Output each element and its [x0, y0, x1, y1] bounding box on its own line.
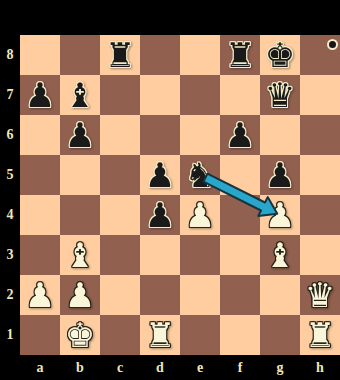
chess-app: 87654321 abcdefgh ♜♜♚♟♝♛♟♟♟♞♟♟♟♟♝♝♟♟♛♚♜♜ [0, 0, 340, 380]
piece-black-pawn[interactable]: ♟ [265, 155, 295, 195]
rank-label-5: 5 [0, 155, 20, 195]
square-f8[interactable]: ♜ [220, 35, 260, 75]
piece-white-king[interactable]: ♚ [65, 315, 95, 355]
square-a7[interactable]: ♟ [20, 75, 60, 115]
piece-white-pawn[interactable]: ♟ [265, 195, 295, 235]
file-label-g: g [260, 355, 300, 380]
piece-black-pawn[interactable]: ♟ [145, 155, 175, 195]
rank-label-4: 4 [0, 195, 20, 235]
square-h8[interactable] [300, 35, 340, 75]
square-a4[interactable] [20, 195, 60, 235]
file-label-b: b [60, 355, 100, 380]
file-label-e: e [180, 355, 220, 380]
piece-black-rook[interactable]: ♜ [105, 35, 135, 75]
square-c7[interactable] [100, 75, 140, 115]
square-g7[interactable]: ♛ [260, 75, 300, 115]
file-label-c: c [100, 355, 140, 380]
square-a3[interactable] [20, 235, 60, 275]
square-a2[interactable]: ♟ [20, 275, 60, 315]
square-g8[interactable]: ♚ [260, 35, 300, 75]
piece-black-pawn[interactable]: ♟ [145, 195, 175, 235]
square-b2[interactable]: ♟ [60, 275, 100, 315]
piece-black-king[interactable]: ♚ [265, 35, 295, 75]
square-a5[interactable] [20, 155, 60, 195]
rank-label-2: 2 [0, 275, 20, 315]
square-g6[interactable] [260, 115, 300, 155]
square-b6[interactable]: ♟ [60, 115, 100, 155]
square-c6[interactable] [100, 115, 140, 155]
square-d4[interactable]: ♟ [140, 195, 180, 235]
square-f4[interactable] [220, 195, 260, 235]
square-c2[interactable] [100, 275, 140, 315]
rank-label-1: 1 [0, 315, 20, 355]
square-b8[interactable] [60, 35, 100, 75]
square-d1[interactable]: ♜ [140, 315, 180, 355]
piece-black-pawn[interactable]: ♟ [225, 115, 255, 155]
rank-label-6: 6 [0, 115, 20, 155]
piece-white-pawn[interactable]: ♟ [25, 275, 55, 315]
square-b5[interactable] [60, 155, 100, 195]
square-e2[interactable] [180, 275, 220, 315]
square-h3[interactable] [300, 235, 340, 275]
square-h5[interactable] [300, 155, 340, 195]
file-labels: abcdefgh [20, 355, 340, 380]
square-d6[interactable] [140, 115, 180, 155]
board-area: ♜♜♚♟♝♛♟♟♟♞♟♟♟♟♝♝♟♟♛♚♜♜ [20, 35, 340, 355]
piece-white-bishop[interactable]: ♝ [265, 235, 295, 275]
square-c4[interactable] [100, 195, 140, 235]
square-b1[interactable]: ♚ [60, 315, 100, 355]
piece-white-rook[interactable]: ♜ [145, 315, 175, 355]
file-label-a: a [20, 355, 60, 380]
square-f6[interactable]: ♟ [220, 115, 260, 155]
piece-black-queen[interactable]: ♛ [265, 75, 295, 115]
square-d8[interactable] [140, 35, 180, 75]
square-f7[interactable] [220, 75, 260, 115]
square-a8[interactable] [20, 35, 60, 75]
square-c3[interactable] [100, 235, 140, 275]
file-label-d: d [140, 355, 180, 380]
square-h1[interactable]: ♜ [300, 315, 340, 355]
file-label-f: f [220, 355, 260, 380]
square-d7[interactable] [140, 75, 180, 115]
square-d3[interactable] [140, 235, 180, 275]
file-label-h: h [300, 355, 340, 380]
square-f2[interactable] [220, 275, 260, 315]
square-h4[interactable] [300, 195, 340, 235]
square-f1[interactable] [220, 315, 260, 355]
square-f3[interactable] [220, 235, 260, 275]
piece-black-rook[interactable]: ♜ [225, 35, 255, 75]
square-h2[interactable]: ♛ [300, 275, 340, 315]
piece-white-pawn[interactable]: ♟ [65, 275, 95, 315]
piece-white-bishop[interactable]: ♝ [65, 235, 95, 275]
square-g1[interactable] [260, 315, 300, 355]
piece-black-pawn[interactable]: ♟ [25, 75, 55, 115]
square-e4[interactable]: ♟ [180, 195, 220, 235]
piece-white-queen[interactable]: ♛ [305, 275, 335, 315]
square-c5[interactable] [100, 155, 140, 195]
rank-label-3: 3 [0, 235, 20, 275]
board: ♜♜♚♟♝♛♟♟♟♞♟♟♟♟♝♝♟♟♛♚♜♜ [20, 35, 340, 355]
square-e6[interactable] [180, 115, 220, 155]
square-h7[interactable] [300, 75, 340, 115]
square-g4[interactable]: ♟ [260, 195, 300, 235]
piece-white-pawn[interactable]: ♟ [185, 195, 215, 235]
square-b7[interactable]: ♝ [60, 75, 100, 115]
square-c8[interactable]: ♜ [100, 35, 140, 75]
rank-labels: 87654321 [0, 35, 20, 355]
square-f5[interactable] [220, 155, 260, 195]
square-g3[interactable]: ♝ [260, 235, 300, 275]
square-e1[interactable] [180, 315, 220, 355]
square-c1[interactable] [100, 315, 140, 355]
square-e3[interactable] [180, 235, 220, 275]
piece-black-knight[interactable]: ♞ [185, 155, 215, 195]
piece-black-pawn[interactable]: ♟ [65, 115, 95, 155]
square-d2[interactable] [140, 275, 180, 315]
square-a6[interactable] [20, 115, 60, 155]
square-h6[interactable] [300, 115, 340, 155]
square-g5[interactable]: ♟ [260, 155, 300, 195]
square-d5[interactable]: ♟ [140, 155, 180, 195]
square-e7[interactable] [180, 75, 220, 115]
square-e8[interactable] [180, 35, 220, 75]
rank-label-7: 7 [0, 75, 20, 115]
square-b4[interactable] [60, 195, 100, 235]
square-e5[interactable]: ♞ [180, 155, 220, 195]
piece-black-bishop[interactable]: ♝ [65, 75, 95, 115]
square-a1[interactable] [20, 315, 60, 355]
square-b3[interactable]: ♝ [60, 235, 100, 275]
piece-white-rook[interactable]: ♜ [305, 315, 335, 355]
rank-label-8: 8 [0, 35, 20, 75]
square-g2[interactable] [260, 275, 300, 315]
